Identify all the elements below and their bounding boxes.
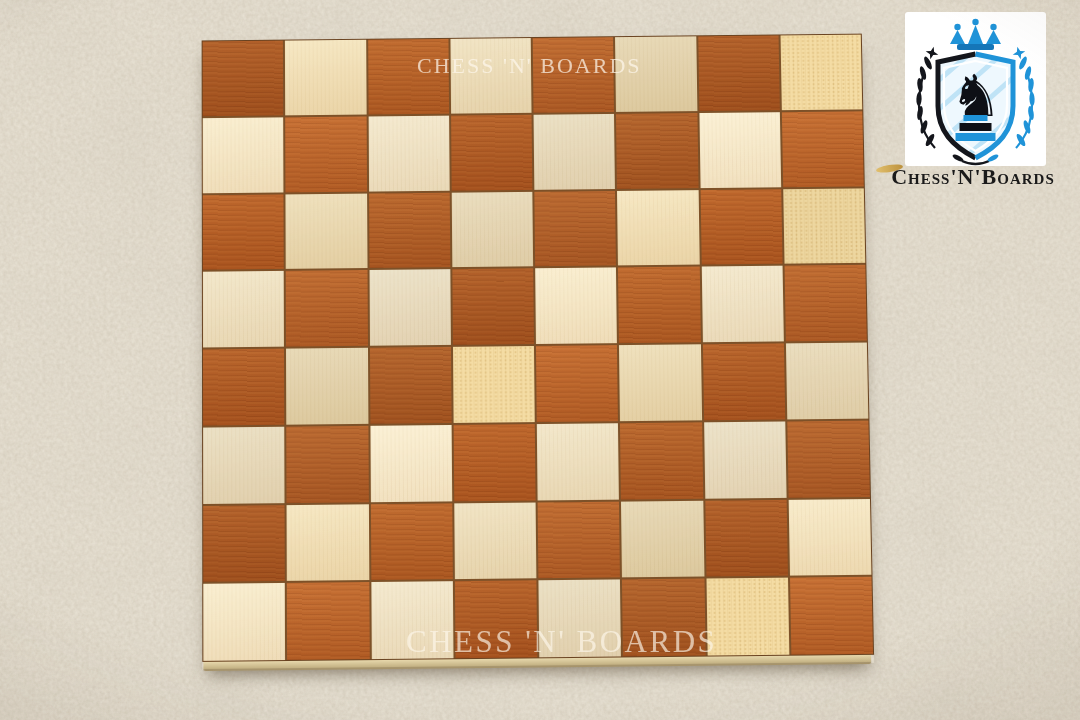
square-e2 [538, 501, 621, 578]
square-f6 [617, 190, 699, 266]
square-g5 [701, 266, 783, 342]
square-h1 [790, 577, 873, 655]
brand-emblem: ♞ [905, 12, 1046, 166]
square-c6 [369, 192, 451, 268]
square-d1 [455, 581, 538, 659]
square-c3 [370, 425, 452, 502]
square-b6 [286, 193, 367, 269]
square-d3 [453, 424, 535, 501]
square-b1 [287, 582, 369, 660]
square-c8 [368, 39, 449, 114]
square-b4 [286, 348, 368, 425]
square-d4 [453, 346, 535, 423]
square-c2 [370, 503, 452, 580]
chess-board [202, 34, 875, 670]
square-g6 [700, 189, 782, 265]
square-a7 [203, 117, 284, 193]
square-d6 [451, 191, 533, 267]
square-g2 [705, 499, 788, 576]
square-f4 [619, 344, 701, 421]
square-c5 [369, 269, 451, 345]
square-d8 [450, 38, 531, 113]
square-e4 [536, 345, 618, 422]
square-d2 [454, 502, 536, 579]
square-f2 [621, 500, 704, 577]
square-a6 [203, 194, 284, 270]
knight-icon: ♞ [950, 62, 1002, 141]
square-d5 [452, 269, 534, 345]
square-e7 [534, 114, 616, 190]
square-e3 [537, 423, 619, 500]
square-e6 [534, 190, 616, 266]
square-c1 [371, 581, 453, 659]
square-c4 [369, 347, 451, 424]
square-h2 [788, 499, 871, 576]
square-a1 [203, 583, 285, 661]
square-b8 [285, 40, 366, 115]
square-b5 [286, 270, 368, 346]
crown-icon [950, 19, 1001, 50]
square-f5 [618, 267, 700, 343]
square-e1 [538, 580, 621, 658]
square-g1 [706, 578, 789, 656]
square-h7 [782, 111, 864, 187]
square-d7 [451, 115, 532, 191]
square-a4 [203, 349, 285, 426]
square-f1 [622, 579, 705, 657]
square-h6 [783, 188, 865, 264]
square-a8 [203, 41, 284, 116]
square-a5 [203, 271, 284, 347]
square-g7 [699, 112, 781, 188]
square-c7 [368, 115, 449, 191]
square-e5 [535, 268, 617, 344]
square-b2 [287, 504, 369, 581]
square-h3 [787, 420, 870, 497]
square-e8 [533, 37, 614, 112]
square-a2 [203, 505, 285, 582]
scene-photo: CHESS 'N' BOARDS CHESS 'N' BOARDS [0, 0, 1080, 720]
square-b7 [285, 116, 366, 192]
square-h4 [786, 343, 869, 420]
square-f3 [620, 422, 703, 499]
brand-wordmark: Chess'N'Boards [868, 164, 1078, 190]
square-b3 [287, 426, 369, 503]
square-h5 [784, 265, 867, 341]
square-f8 [615, 36, 697, 111]
square-g3 [704, 421, 787, 498]
square-g8 [698, 35, 780, 110]
square-f7 [616, 113, 698, 189]
square-h8 [780, 35, 862, 110]
square-a3 [203, 426, 285, 503]
square-g4 [702, 343, 785, 420]
